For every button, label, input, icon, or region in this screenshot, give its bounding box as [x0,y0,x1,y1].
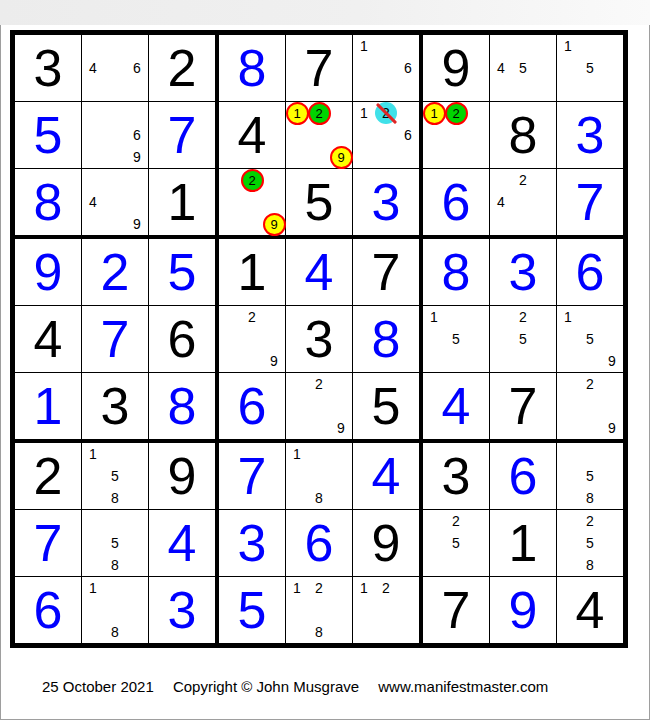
footer-date: 25 October 2021 [42,678,154,695]
pencil-mark-8: 8 [579,487,601,509]
cell-r5c1[interactable]: 4 [15,306,81,372]
pencil-grid: 258 [557,510,623,576]
cell-r9c6[interactable]: 12 [353,577,419,643]
cell-r9c7[interactable]: 7 [423,577,489,643]
pencil-mark-2: 2 [579,510,601,532]
window-border-left [0,25,1,720]
pencil-mark-9: 9 [263,350,285,372]
pencil-mark-4: 4 [490,191,512,213]
pencil-mark-2: 2 [308,577,330,599]
cell-r5c4[interactable]: 29 [219,306,285,372]
pencil-mark-8: 8 [104,554,126,576]
pencil-mark-5: 5 [512,57,534,79]
cell-r9c8[interactable]: 9 [490,577,556,643]
pencil-grid: 18 [286,443,352,509]
cell-r8c9[interactable]: 258 [557,510,623,576]
pencil-grid: 24 [490,169,556,235]
pencil-grid: 25 [490,306,556,372]
cell-r1c5[interactable]: 7 [286,35,352,101]
box-5: 14729386295 [219,239,419,439]
cell-r2c7[interactable]: 12 [423,102,489,168]
pencil-grid: 18 [82,577,148,643]
pencil-mark-1: 1 [423,306,445,328]
cell-r8c2[interactable]: 58 [82,510,148,576]
cell-r3c7[interactable]: 6 [423,169,489,235]
cell-r8c4[interactable]: 3 [219,510,285,576]
cell-r6c2[interactable]: 3 [82,373,148,439]
pencil-mark-9: 9 [601,350,623,372]
cell-r8c3[interactable]: 4 [149,510,215,576]
cell-r6c7[interactable]: 4 [423,373,489,439]
pencil-mark-8: 8 [104,487,126,509]
pencil-mark-1: 1 [82,443,104,465]
cell-r3c1[interactable]: 8 [15,169,81,235]
cell-r3c4[interactable]: 29 [219,169,285,235]
pencil-grid: 46 [82,35,148,101]
pencil-mark-2: 2 [308,373,330,395]
pencil-grid: 29 [286,373,352,439]
candidate-circle-green[interactable]: 2 [241,169,264,192]
pencil-grid: 15 [423,306,489,372]
pencil-mark-5: 5 [579,532,601,554]
cell-r1c1[interactable]: 3 [15,35,81,101]
pencil-mark-2: 2 [579,373,601,395]
pencil-mark-8: 8 [579,554,601,576]
cell-r9c4[interactable]: 5 [219,577,285,643]
pencil-grid: 126 [353,102,419,168]
candidate-circle-green[interactable]: 2 [308,102,331,125]
cell-r7c6[interactable]: 4 [353,443,419,509]
cell-r1c2[interactable]: 46 [82,35,148,101]
pencil-mark-4: 4 [82,57,104,79]
cell-r2c2[interactable]: 69 [82,102,148,168]
pencil-mark-5: 5 [512,328,534,350]
footer: 25 October 2021 Copyright © John Musgrav… [42,678,548,695]
box-7: 2158975846183 [15,443,215,643]
cell-r7c5[interactable]: 18 [286,443,352,509]
pencil-mark-6: 6 [397,124,419,146]
cell-r4c5[interactable]: 4 [286,239,352,305]
cell-r2c3[interactable]: 7 [149,102,215,168]
cell-r9c9[interactable]: 4 [557,577,623,643]
pencil-grid: 29 [219,306,285,372]
cell-r5c2[interactable]: 7 [82,306,148,372]
sudoku-board: 3462569784918716412912629539451512836247… [10,30,628,648]
pencil-mark-2: 2 [308,102,330,124]
cell-r4c6[interactable]: 7 [353,239,419,305]
pencil-mark-5: 5 [445,532,467,554]
cell-r8c5[interactable]: 6 [286,510,352,576]
cell-r2c5[interactable]: 129 [286,102,352,168]
cell-r6c5[interactable]: 29 [286,373,352,439]
cell-r7c2[interactable]: 158 [82,443,148,509]
pencil-mark-6: 6 [397,57,419,79]
cell-r8c8[interactable]: 1 [490,510,556,576]
pencil-mark-1: 1 [353,35,375,57]
pencil-mark-2: 2 [375,102,397,124]
cell-r1c9[interactable]: 15 [557,35,623,101]
cell-r5c3[interactable]: 6 [149,306,215,372]
candidate-circle-yellow[interactable]: 1 [286,102,309,125]
cell-r6c1[interactable]: 1 [15,373,81,439]
pencil-mark-5: 5 [104,532,126,554]
box-6: 83615251594729 [423,239,623,439]
cell-r8c6[interactable]: 9 [353,510,419,576]
pencil-grid: 158 [82,443,148,509]
box-9: 3658251258794 [423,443,623,643]
cell-r3c5[interactable]: 5 [286,169,352,235]
pencil-mark-1: 1 [286,102,308,124]
cell-r1c6[interactable]: 16 [353,35,419,101]
pencil-mark-9: 9 [330,417,352,439]
pencil-mark-5: 5 [445,328,467,350]
box-4: 925476138 [15,239,215,439]
box-8: 7184369512812 [219,443,419,643]
cell-r1c7[interactable]: 9 [423,35,489,101]
cell-r3c8[interactable]: 24 [490,169,556,235]
cell-r2c4[interactable]: 4 [219,102,285,168]
cell-r1c4[interactable]: 8 [219,35,285,101]
footer-website: www.manifestmaster.com [378,678,548,695]
cell-r3c9[interactable]: 7 [557,169,623,235]
footer-copyright: Copyright © John Musgrave [173,678,359,695]
cell-r7c3[interactable]: 9 [149,443,215,509]
window-toolbar-strip [0,0,650,25]
cell-r6c6[interactable]: 5 [353,373,419,439]
cell-r4c3[interactable]: 5 [149,239,215,305]
pencil-mark-2: 2 [375,577,397,599]
pencil-grid: 58 [82,510,148,576]
pencil-mark-1: 1 [353,102,375,124]
cell-r3c2[interactable]: 49 [82,169,148,235]
candidate-circle-yellow[interactable]: 9 [263,213,286,236]
pencil-mark-9: 9 [330,146,352,168]
pencil-mark-1: 1 [82,577,104,599]
pencil-grid: 29 [219,169,285,235]
pencil-mark-8: 8 [308,487,330,509]
box-1: 346256978491 [15,35,215,235]
pencil-mark-1: 1 [423,102,445,124]
cell-r7c8[interactable]: 6 [490,443,556,509]
pencil-grid: 29 [557,373,623,439]
cell-r4c7[interactable]: 8 [423,239,489,305]
cell-r5c6[interactable]: 8 [353,306,419,372]
pencil-grid: 16 [353,35,419,101]
pencil-grid: 129 [286,102,352,168]
cell-r8c1[interactable]: 7 [15,510,81,576]
cell-r5c7[interactable]: 15 [423,306,489,372]
cell-r4c4[interactable]: 1 [219,239,285,305]
pencil-mark-4: 4 [82,191,104,213]
cell-r4c1[interactable]: 9 [15,239,81,305]
cell-r5c9[interactable]: 159 [557,306,623,372]
pencil-grid: 45 [490,35,556,101]
pencil-mark-9: 9 [126,213,148,235]
pencil-grid: 49 [82,169,148,235]
cell-r6c3[interactable]: 8 [149,373,215,439]
cell-r7c9[interactable]: 58 [557,443,623,509]
pencil-mark-2: 2 [241,169,263,191]
pencil-mark-9: 9 [126,146,148,168]
cell-r7c4[interactable]: 7 [219,443,285,509]
pencil-mark-2: 2 [512,306,534,328]
box-3: 9451512836247 [423,35,623,235]
pencil-mark-5: 5 [579,328,601,350]
pencil-grid: 58 [557,443,623,509]
cell-r2c1[interactable]: 5 [15,102,81,168]
cell-r8c7[interactable]: 25 [423,510,489,576]
pencil-grid: 69 [82,102,148,168]
pencil-mark-1: 1 [286,577,308,599]
cell-r6c8[interactable]: 7 [490,373,556,439]
pencil-grid: 12 [353,577,419,643]
cell-r6c9[interactable]: 29 [557,373,623,439]
pencil-mark-5: 5 [104,465,126,487]
cell-r1c3[interactable]: 2 [149,35,215,101]
pencil-mark-5: 5 [579,57,601,79]
pencil-mark-2: 2 [241,306,263,328]
candidate-circle-yellow[interactable]: 1 [423,102,446,125]
pencil-mark-9: 9 [263,213,285,235]
cell-r2c9[interactable]: 3 [557,102,623,168]
pencil-grid: 25 [423,510,489,576]
cell-r3c3[interactable]: 1 [149,169,215,235]
pencil-mark-1: 1 [557,35,579,57]
cell-r1c8[interactable]: 45 [490,35,556,101]
pencil-mark-1: 1 [353,577,375,599]
cell-r7c7[interactable]: 3 [423,443,489,509]
cell-r2c8[interactable]: 8 [490,102,556,168]
cell-r2c6[interactable]: 126 [353,102,419,168]
pencil-mark-4: 4 [490,57,512,79]
cell-r3c6[interactable]: 3 [353,169,419,235]
cell-r6c4[interactable]: 6 [219,373,285,439]
pencil-mark-6: 6 [126,124,148,146]
pencil-mark-2: 2 [512,169,534,191]
cell-r9c2[interactable]: 18 [82,577,148,643]
pencil-mark-8: 8 [308,621,330,643]
cell-r9c1[interactable]: 6 [15,577,81,643]
pencil-grid: 159 [557,306,623,372]
cell-r7c1[interactable]: 2 [15,443,81,509]
pencil-grid: 128 [286,577,352,643]
cell-r4c8[interactable]: 3 [490,239,556,305]
pencil-mark-5: 5 [579,465,601,487]
cell-r9c5[interactable]: 128 [286,577,352,643]
pencil-mark-8: 8 [104,621,126,643]
pencil-mark-2: 2 [445,510,467,532]
pencil-grid: 15 [557,35,623,101]
pencil-mark-9: 9 [601,417,623,439]
pencil-grid: 12 [423,102,489,168]
pencil-mark-1: 1 [286,443,308,465]
box-2: 871641291262953 [219,35,419,235]
candidate-circle-green[interactable]: 2 [445,102,468,125]
cell-r4c9[interactable]: 6 [557,239,623,305]
cell-r9c3[interactable]: 3 [149,577,215,643]
pencil-mark-1: 1 [557,306,579,328]
cell-r5c5[interactable]: 3 [286,306,352,372]
pencil-mark-2: 2 [445,102,467,124]
candidate-circle-yellow[interactable]: 9 [330,146,353,169]
pencil-mark-6: 6 [126,57,148,79]
cell-r4c2[interactable]: 2 [82,239,148,305]
cell-r5c8[interactable]: 25 [490,306,556,372]
